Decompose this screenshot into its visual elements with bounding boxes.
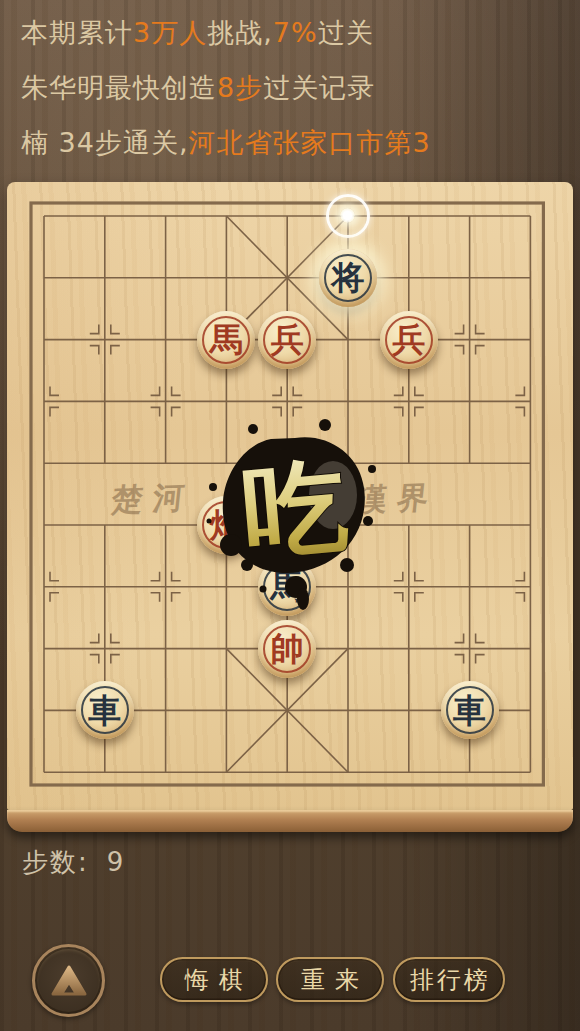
piece-character: 車 [441,681,499,739]
piece-black-chariot[interactable]: 車 [76,681,134,739]
home-arrow-icon [48,960,90,1002]
piece-black-general[interactable]: 将 [319,249,377,307]
board-panel-edge [7,810,573,832]
stats-line-challengers: 本期累计3万人挑战,7%过关 [21,16,561,71]
stats-segment: 本期累计 [21,17,133,48]
stats-segment: 挑战, [207,17,273,48]
stats-segment: 朱华明最快创造 [21,72,217,103]
piece-character: 帥 [258,620,316,678]
undo-button[interactable]: 悔棋 [160,957,268,1002]
stats-line-record: 朱华明最快创造8步过关记录 [21,71,561,126]
piece-character: 車 [76,681,134,739]
piece-character: 馬 [197,311,255,369]
piece-black-horse[interactable]: 馬 [258,558,316,616]
step-counter-label: 步数: [22,847,89,877]
piece-black-chariot[interactable]: 車 [441,681,499,739]
stats-segment: 过关记录 [263,72,375,103]
step-counter-value: 9 [107,847,126,877]
last-move-marker [326,194,370,238]
stats-segment: 8步 [217,72,263,103]
piece-red-soldier[interactable]: 兵 [380,311,438,369]
piece-red-general[interactable]: 帥 [258,620,316,678]
step-counter: 步数:9 [22,845,125,880]
home-button[interactable] [32,944,105,1017]
last-move-dot-icon [340,208,355,223]
stats-line-player: 楠 34步通关,河北省张家口市第3 [21,126,561,181]
piece-red-soldier[interactable]: 兵 [258,311,316,369]
leaderboard-button[interactable]: 排行榜 [393,957,505,1002]
stats-panel: 本期累计3万人挑战,7%过关 朱华明最快创造8步过关记录 楠 34步通关,河北省… [21,16,561,181]
piece-red-horse[interactable]: 馬 [197,311,255,369]
stats-segment: 河北省张家口市第3 [189,127,431,158]
piece-character: 馬 [258,558,316,616]
xiangqi-game-screen: 本期累计3万人挑战,7%过关 朱华明最快创造8步过关记录 楠 34步通关,河北省… [0,0,580,1031]
piece-red-cannon[interactable]: 炮 [197,496,255,554]
piece-character: 兵 [258,311,316,369]
stats-segment: 3万人 [133,17,207,48]
piece-character: 炮 [197,496,255,554]
board-intersections: 将馬兵兵炮馬帥車車 [14,185,561,803]
piece-character: 将 [319,249,377,307]
piece-character: 兵 [380,311,438,369]
stats-segment: 7% [273,17,318,48]
stats-segment: 过关 [318,17,374,48]
stats-segment: 楠 34步通关, [21,127,189,158]
restart-button[interactable]: 重来 [276,957,384,1002]
